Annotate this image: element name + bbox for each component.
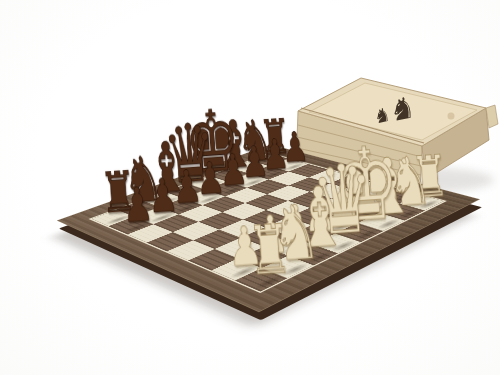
piece-shadow bbox=[374, 218, 403, 231]
black-bishop: ♝ bbox=[143, 132, 192, 204]
piece-shadow bbox=[251, 274, 286, 290]
square-h1: ♜ bbox=[399, 194, 444, 210]
piece-shadow bbox=[395, 208, 424, 220]
box-wood-knot bbox=[448, 113, 455, 120]
knight-logo-large-icon: ♞ bbox=[388, 88, 418, 129]
piece-shadow bbox=[415, 199, 443, 211]
piece-shadow bbox=[351, 228, 381, 241]
piece-shadow bbox=[278, 262, 312, 278]
product-photo-scene: ♞ ♞ ♜♞♝♛♚♝♞♜♟♟♟♟♟♟♟♟♟♟♟♟♟♟♟♟♜♞♝♛♚♝♞♜ bbox=[0, 0, 500, 375]
piece-shadow bbox=[328, 239, 360, 253]
square-f4 bbox=[288, 192, 331, 208]
piece-shadow bbox=[304, 250, 337, 265]
